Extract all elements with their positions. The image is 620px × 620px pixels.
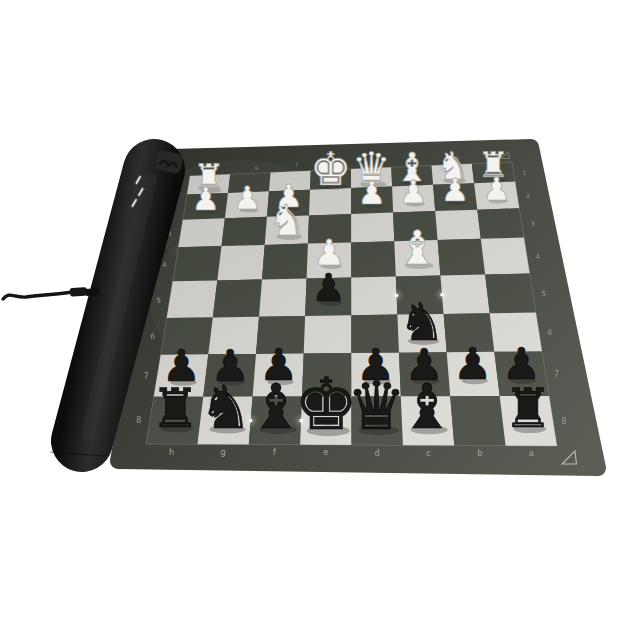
piece-white-pawn-h2[interactable]: ♟ xyxy=(191,180,220,217)
piece-black-bishop-f8[interactable]: ♝ xyxy=(248,371,303,443)
piece-black-rook-a8[interactable]: ♜ xyxy=(503,377,552,440)
file-label-bottom-g: g xyxy=(220,447,225,457)
rank-label-right-8: 8 xyxy=(561,416,567,426)
square-d5[interactable] xyxy=(351,277,397,316)
square-b5[interactable] xyxy=(440,275,489,314)
rank-label-right-5: 5 xyxy=(542,289,547,298)
rank-label-right-2: 2 xyxy=(526,193,530,199)
square-b3[interactable] xyxy=(435,210,481,240)
rank-label-right-7: 7 xyxy=(554,369,559,379)
plug-body xyxy=(70,287,88,297)
piece-white-king-e1[interactable]: ♚ xyxy=(310,142,351,196)
piece-white-pawn-a2[interactable]: ♟ xyxy=(482,170,511,207)
piece-white-pawn-g2[interactable]: ♟ xyxy=(233,179,262,216)
square-b4[interactable] xyxy=(438,239,486,276)
piece-white-bishop-c4[interactable]: ♝ xyxy=(396,220,438,275)
piece-white-knight-f3[interactable]: ♞ xyxy=(268,195,306,245)
rank-label-right-3: 3 xyxy=(531,220,535,227)
square-h4[interactable] xyxy=(173,246,222,281)
piece-black-king-e8[interactable]: ♚ xyxy=(294,362,358,446)
piece-black-pawn-b7[interactable]: ♟ xyxy=(453,338,492,389)
square-a3[interactable] xyxy=(477,208,524,239)
rank-label-left-6: 6 xyxy=(150,332,155,341)
rank-label-left-7: 7 xyxy=(144,371,149,381)
plug-nub xyxy=(86,288,100,296)
square-e6[interactable] xyxy=(304,315,352,353)
file-label-bottom-a: a xyxy=(529,448,534,458)
product-photo-scene: chess hgfedcbahgfedcba1234567812345678 xyxy=(0,0,620,620)
square-d3[interactable] xyxy=(351,213,394,243)
file-label-bottom-b: b xyxy=(477,448,482,458)
square-b8[interactable] xyxy=(450,396,505,446)
piece-white-pawn-d2[interactable]: ♟ xyxy=(358,174,387,211)
square-a4[interactable] xyxy=(481,238,530,275)
power-cable xyxy=(3,286,100,299)
rank-label-right-4: 4 xyxy=(536,253,540,261)
rank-label-right-1: 1 xyxy=(523,170,527,176)
cable-wire xyxy=(3,292,72,299)
file-label-top-g: g xyxy=(255,164,259,171)
piece-white-pawn-b2[interactable]: ♟ xyxy=(441,171,470,208)
piece-black-bishop-c8[interactable]: ♝ xyxy=(399,371,454,443)
piece-black-pawn-e5[interactable]: ♟ xyxy=(311,265,345,310)
rank-label-left-5: 5 xyxy=(156,296,161,305)
square-f5[interactable] xyxy=(259,278,307,316)
file-label-bottom-e: e xyxy=(323,447,328,457)
square-d4[interactable] xyxy=(351,241,396,277)
square-a5[interactable] xyxy=(485,274,536,314)
piece-white-pawn-c2[interactable]: ♟ xyxy=(399,173,428,210)
piece-black-knight-g8[interactable]: ♞ xyxy=(199,373,252,442)
square-g4[interactable] xyxy=(217,245,264,281)
piece-black-rook-h8[interactable]: ♜ xyxy=(151,377,200,440)
chessboard-photo: chess hgfedcbahgfedcba1234567812345678 xyxy=(0,0,620,620)
square-g3[interactable] xyxy=(222,217,268,246)
square-g5[interactable] xyxy=(213,279,262,317)
file-label-bottom-d: d xyxy=(375,448,380,458)
file-label-bottom-h: h xyxy=(169,447,174,457)
file-label-bottom-c: c xyxy=(426,448,431,458)
square-h5[interactable] xyxy=(167,280,218,318)
square-h3[interactable] xyxy=(178,218,225,247)
rank-label-left-8: 8 xyxy=(136,415,142,425)
rank-label-left-4: 4 xyxy=(162,261,166,269)
rank-label-right-6: 6 xyxy=(548,328,553,337)
square-f4[interactable] xyxy=(262,244,308,280)
